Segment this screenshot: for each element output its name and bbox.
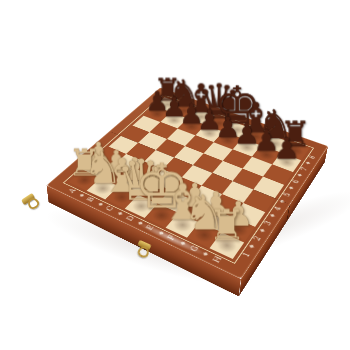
coordinate-number: 1	[240, 250, 252, 258]
diamond-inlay	[99, 203, 102, 205]
piece-white-rook: ♜	[208, 205, 246, 247]
product-photo: ♜♞♝♛♚♝♞♜♟♟♟♟♟♟♟♟♟♟♟♟♟♟♟♟♜♞♝♛♚♝♞♜ ABCDEFG…	[0, 0, 350, 350]
coordinate-number: 8	[307, 154, 317, 160]
diamond-inlay	[260, 229, 264, 232]
diamond-inlay	[119, 212, 122, 214]
scene: ♜♞♝♛♚♝♞♜♟♟♟♟♟♟♟♟♟♟♟♟♟♟♟♟♜♞♝♛♚♝♞♜ ABCDEFG…	[90, 62, 296, 268]
coordinate-number: 4	[272, 204, 283, 211]
diamond-inlay	[306, 161, 309, 163]
piece-black-pawn: ♟	[273, 134, 300, 164]
chess-board: ♜♞♝♛♚♝♞♜♟♟♟♟♟♟♟♟♟♟♟♟♟♟♟♟♜♞♝♛♚♝♞♜ ABCDEFG…	[46, 88, 328, 279]
diamond-inlay	[81, 194, 84, 196]
coordinate-letter: H	[211, 254, 224, 264]
fold-seam-side	[286, 204, 290, 222]
coordinate-number: 3	[262, 219, 274, 226]
diamond-inlay	[289, 186, 293, 188]
diamond-inlay	[250, 244, 254, 247]
coordinate-number: 7	[299, 166, 309, 172]
coordinate-number: 5	[281, 191, 292, 197]
coordinate-number: 2	[251, 234, 263, 242]
diamond-inlay	[298, 174, 302, 176]
brass-latch-left	[21, 192, 41, 212]
coordinate-letter: A	[67, 187, 78, 194]
coordinate-letter: C	[105, 205, 117, 212]
coordinate-number: 6	[290, 178, 301, 184]
diamond-inlay	[270, 214, 274, 216]
coordinate-letter: B	[86, 196, 97, 203]
